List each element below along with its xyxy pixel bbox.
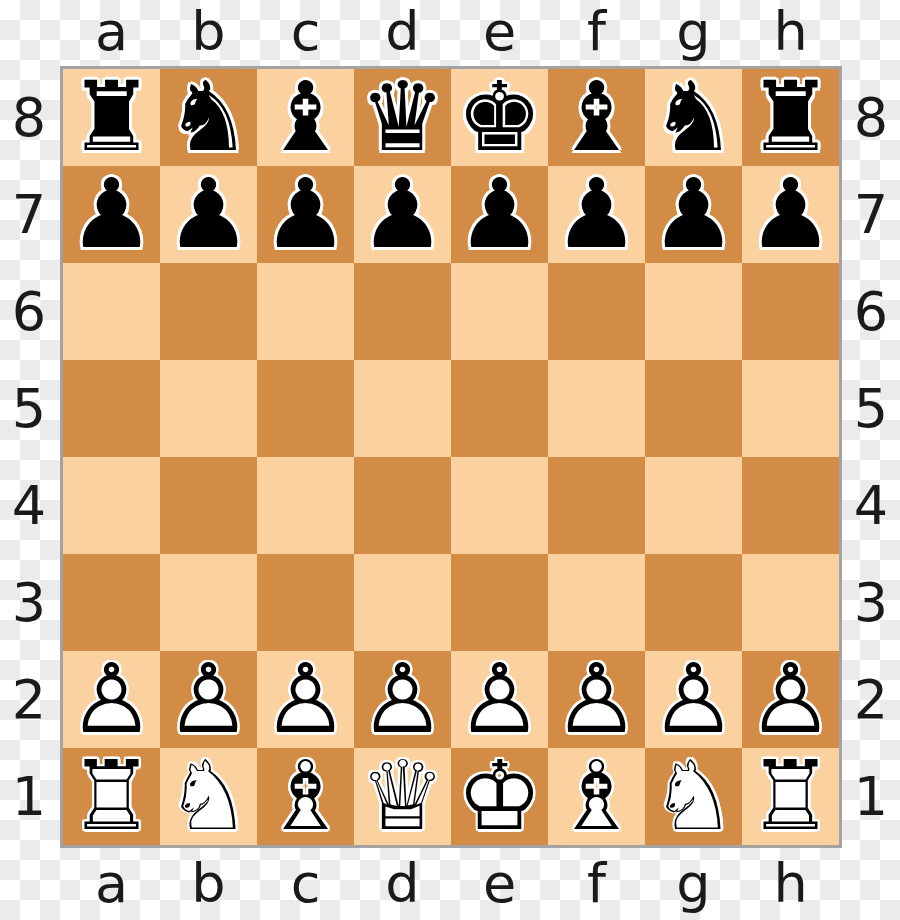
square-b7[interactable]: ♟ [160,166,257,263]
square-g8[interactable]: ♞ [645,69,742,166]
square-h8[interactable]: ♜ [742,69,839,166]
piece-black-queen[interactable]: ♛ [354,69,451,166]
piece-white-pawn[interactable]: ♟♙ [742,651,839,748]
piece-white-rook[interactable]: ♜♖ [63,748,160,845]
square-c3[interactable] [257,554,354,651]
file-label-top-h: h [742,0,839,63]
square-g5[interactable] [645,360,742,457]
square-a4[interactable] [63,457,160,554]
piece-black-pawn[interactable]: ♟ [645,166,742,263]
piece-black-pawn[interactable]: ♟ [63,166,160,263]
square-f4[interactable] [548,457,645,554]
square-h1[interactable]: ♜♖ [742,748,839,845]
piece-white-rook[interactable]: ♜♖ [742,748,839,845]
square-f2[interactable]: ♟♙ [548,651,645,748]
square-a6[interactable] [63,263,160,360]
rank-label-right-5: 5 [844,360,898,457]
file-label-bottom-c: c [257,849,354,917]
piece-white-pawn-outline: ♙ [63,651,160,748]
square-a2[interactable]: ♟♙ [63,651,160,748]
file-label-top-f: f [548,0,645,63]
rank-label-right-1: 1 [844,748,898,845]
square-e1[interactable]: ♚♔ [451,748,548,845]
piece-white-pawn-outline: ♙ [354,651,451,748]
square-g4[interactable] [645,457,742,554]
square-e3[interactable] [451,554,548,651]
piece-black-pawn[interactable]: ♟ [160,166,257,263]
square-d8[interactable]: ♛ [354,69,451,166]
piece-white-pawn-outline: ♙ [160,651,257,748]
file-label-top-d: d [354,0,451,63]
rank-label-right-7: 7 [844,166,898,263]
square-b2[interactable]: ♟♙ [160,651,257,748]
rank-label-right-3: 3 [844,554,898,651]
rank-label-left-4: 4 [0,457,58,554]
square-d5[interactable] [354,360,451,457]
file-label-top-c: c [257,0,354,63]
piece-black-rook[interactable]: ♜ [63,69,160,166]
piece-black-bishop[interactable]: ♝ [548,69,645,166]
piece-black-pawn[interactable]: ♟ [257,166,354,263]
piece-white-knight-outline: ♘ [160,748,257,845]
square-f5[interactable] [548,360,645,457]
square-e6[interactable] [451,263,548,360]
piece-white-king-outline: ♔ [451,748,548,845]
rank-labels-right: 87654321 [844,69,898,845]
rank-label-left-2: 2 [0,651,58,748]
square-d4[interactable] [354,457,451,554]
piece-white-pawn[interactable]: ♟♙ [63,651,160,748]
piece-white-pawn-outline: ♙ [645,651,742,748]
piece-black-knight[interactable]: ♞ [645,69,742,166]
square-a5[interactable] [63,360,160,457]
piece-white-knight[interactable]: ♞♘ [645,748,742,845]
square-f1[interactable]: ♝♗ [548,748,645,845]
piece-white-rook-outline: ♖ [63,748,160,845]
piece-white-bishop-outline: ♗ [548,748,645,845]
square-e2[interactable]: ♟♙ [451,651,548,748]
piece-white-bishop-outline: ♗ [257,748,354,845]
square-a8[interactable]: ♜ [63,69,160,166]
square-b4[interactable] [160,457,257,554]
square-c2[interactable]: ♟♙ [257,651,354,748]
piece-white-pawn[interactable]: ♟♙ [257,651,354,748]
rank-label-right-4: 4 [844,457,898,554]
square-h4[interactable] [742,457,839,554]
square-d7[interactable]: ♟ [354,166,451,263]
rank-label-right-8: 8 [844,69,898,166]
square-f6[interactable] [548,263,645,360]
square-e8[interactable]: ♚ [451,69,548,166]
piece-white-queen[interactable]: ♛♕ [354,748,451,845]
square-b6[interactable] [160,263,257,360]
piece-white-queen-outline: ♕ [354,748,451,845]
square-g2[interactable]: ♟♙ [645,651,742,748]
file-label-bottom-b: b [160,849,257,917]
file-label-bottom-h: h [742,849,839,917]
piece-white-rook-outline: ♖ [742,748,839,845]
rank-label-left-5: 5 [0,360,58,457]
piece-black-bishop[interactable]: ♝ [257,69,354,166]
square-g6[interactable] [645,263,742,360]
piece-white-pawn[interactable]: ♟♙ [645,651,742,748]
square-e4[interactable] [451,457,548,554]
square-b1[interactable]: ♞♘ [160,748,257,845]
rank-label-left-1: 1 [0,748,58,845]
square-d3[interactable] [354,554,451,651]
square-g3[interactable] [645,554,742,651]
file-labels-bottom: abcdefgh [63,849,839,917]
rank-label-left-7: 7 [0,166,58,263]
square-g7[interactable]: ♟ [645,166,742,263]
square-e5[interactable] [451,360,548,457]
file-label-top-b: b [160,0,257,63]
piece-black-pawn[interactable]: ♟ [742,166,839,263]
square-a7[interactable]: ♟ [63,166,160,263]
file-labels-top: abcdefgh [63,0,839,62]
file-label-top-g: g [645,0,742,63]
piece-white-pawn[interactable]: ♟♙ [160,651,257,748]
piece-white-pawn[interactable]: ♟♙ [354,651,451,748]
square-c6[interactable] [257,263,354,360]
square-f3[interactable] [548,554,645,651]
square-b3[interactable] [160,554,257,651]
piece-white-king[interactable]: ♚♔ [451,748,548,845]
square-c7[interactable]: ♟ [257,166,354,263]
square-d6[interactable] [354,263,451,360]
piece-white-bishop[interactable]: ♝♗ [548,748,645,845]
piece-white-knight[interactable]: ♞♘ [160,748,257,845]
piece-white-pawn-outline: ♙ [742,651,839,748]
rank-label-left-3: 3 [0,554,58,651]
file-label-bottom-d: d [354,849,451,917]
rank-label-left-8: 8 [0,69,58,166]
piece-black-pawn[interactable]: ♟ [451,166,548,263]
square-d1[interactable]: ♛♕ [354,748,451,845]
chess-board: ♜♞♝♛♚♝♞♜♟♟♟♟♟♟♟♟♟♙♟♙♟♙♟♙♟♙♟♙♟♙♟♙♜♖♞♘♝♗♛♕… [60,66,842,848]
piece-black-pawn[interactable]: ♟ [354,166,451,263]
square-h3[interactable] [742,554,839,651]
square-c8[interactable]: ♝ [257,69,354,166]
rank-label-right-6: 6 [844,263,898,360]
square-h7[interactable]: ♟ [742,166,839,263]
piece-white-pawn[interactable]: ♟♙ [548,651,645,748]
square-g1[interactable]: ♞♘ [645,748,742,845]
piece-white-pawn-outline: ♙ [257,651,354,748]
piece-black-rook[interactable]: ♜ [742,69,839,166]
file-label-bottom-g: g [645,849,742,917]
rank-labels-left: 87654321 [0,69,58,845]
square-c1[interactable]: ♝♗ [257,748,354,845]
file-label-bottom-a: a [63,849,160,917]
file-label-bottom-e: e [451,849,548,917]
square-a3[interactable] [63,554,160,651]
square-d2[interactable]: ♟♙ [354,651,451,748]
square-f7[interactable]: ♟ [548,166,645,263]
piece-white-pawn-outline: ♙ [451,651,548,748]
rank-label-left-6: 6 [0,263,58,360]
chess-diagram: abcdefgh 87654321 ♜♞♝♛♚♝♞♜♟♟♟♟♟♟♟♟♟♙♟♙♟♙… [0,0,900,920]
square-c4[interactable] [257,457,354,554]
piece-white-knight-outline: ♘ [645,748,742,845]
piece-black-king[interactable]: ♚ [451,69,548,166]
square-e7[interactable]: ♟ [451,166,548,263]
square-b5[interactable] [160,360,257,457]
piece-white-pawn-outline: ♙ [548,651,645,748]
square-h5[interactable] [742,360,839,457]
piece-white-pawn[interactable]: ♟♙ [451,651,548,748]
square-f8[interactable]: ♝ [548,69,645,166]
square-h2[interactable]: ♟♙ [742,651,839,748]
piece-black-pawn[interactable]: ♟ [548,166,645,263]
square-a1[interactable]: ♜♖ [63,748,160,845]
file-label-bottom-f: f [548,849,645,917]
piece-black-knight[interactable]: ♞ [160,69,257,166]
file-label-top-e: e [451,0,548,63]
square-h6[interactable] [742,263,839,360]
square-c5[interactable] [257,360,354,457]
piece-white-bishop[interactable]: ♝♗ [257,748,354,845]
square-b8[interactable]: ♞ [160,69,257,166]
file-label-top-a: a [63,0,160,63]
rank-label-right-2: 2 [844,651,898,748]
